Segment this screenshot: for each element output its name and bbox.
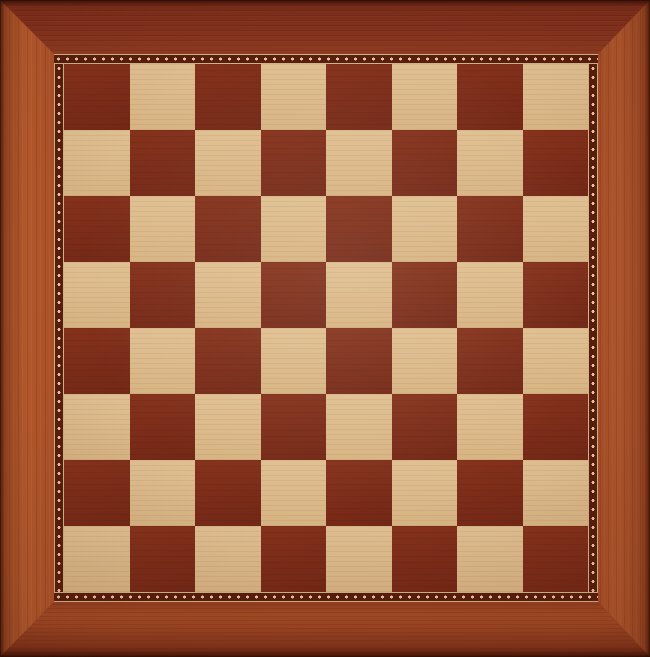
- square-g3[interactable]: [457, 394, 523, 460]
- square-g1[interactable]: [457, 526, 523, 592]
- square-g8[interactable]: [457, 64, 523, 130]
- square-b6[interactable]: [130, 196, 196, 262]
- square-a4[interactable]: [64, 328, 130, 394]
- square-d4[interactable]: [261, 328, 327, 394]
- square-g7[interactable]: [457, 130, 523, 196]
- inlay-border-top: [54, 54, 598, 64]
- square-f1[interactable]: [392, 526, 458, 592]
- square-g5[interactable]: [457, 262, 523, 328]
- square-b5[interactable]: [130, 262, 196, 328]
- square-a2[interactable]: [64, 460, 130, 526]
- square-h1[interactable]: [523, 526, 589, 592]
- square-c7[interactable]: [195, 130, 261, 196]
- square-d6[interactable]: [261, 196, 327, 262]
- square-b8[interactable]: [130, 64, 196, 130]
- square-g2[interactable]: [457, 460, 523, 526]
- square-d8[interactable]: [261, 64, 327, 130]
- square-g6[interactable]: [457, 196, 523, 262]
- square-h8[interactable]: [523, 64, 589, 130]
- square-a5[interactable]: [64, 262, 130, 328]
- square-e5[interactable]: [326, 262, 392, 328]
- square-e8[interactable]: [326, 64, 392, 130]
- square-h5[interactable]: [523, 262, 589, 328]
- chessboard-photo: [0, 0, 650, 657]
- square-e1[interactable]: [326, 526, 392, 592]
- inlay-border-right: [588, 64, 598, 592]
- square-h2[interactable]: [523, 460, 589, 526]
- square-a3[interactable]: [64, 394, 130, 460]
- square-c5[interactable]: [195, 262, 261, 328]
- square-e3[interactable]: [326, 394, 392, 460]
- square-d2[interactable]: [261, 460, 327, 526]
- square-b3[interactable]: [130, 394, 196, 460]
- square-b4[interactable]: [130, 328, 196, 394]
- square-b1[interactable]: [130, 526, 196, 592]
- square-e2[interactable]: [326, 460, 392, 526]
- square-f4[interactable]: [392, 328, 458, 394]
- square-a8[interactable]: [64, 64, 130, 130]
- square-f7[interactable]: [392, 130, 458, 196]
- square-d5[interactable]: [261, 262, 327, 328]
- square-d7[interactable]: [261, 130, 327, 196]
- chess-board: [64, 64, 588, 592]
- square-f6[interactable]: [392, 196, 458, 262]
- inlay-border-bottom: [54, 592, 598, 602]
- square-b2[interactable]: [130, 460, 196, 526]
- square-a6[interactable]: [64, 196, 130, 262]
- square-c6[interactable]: [195, 196, 261, 262]
- square-h6[interactable]: [523, 196, 589, 262]
- square-c1[interactable]: [195, 526, 261, 592]
- square-c4[interactable]: [195, 328, 261, 394]
- square-d1[interactable]: [261, 526, 327, 592]
- square-f8[interactable]: [392, 64, 458, 130]
- square-c2[interactable]: [195, 460, 261, 526]
- square-f5[interactable]: [392, 262, 458, 328]
- square-e6[interactable]: [326, 196, 392, 262]
- square-h7[interactable]: [523, 130, 589, 196]
- square-c3[interactable]: [195, 394, 261, 460]
- square-c8[interactable]: [195, 64, 261, 130]
- square-h3[interactable]: [523, 394, 589, 460]
- square-f2[interactable]: [392, 460, 458, 526]
- square-a1[interactable]: [64, 526, 130, 592]
- square-a7[interactable]: [64, 130, 130, 196]
- inlay-border-left: [54, 64, 64, 592]
- square-h4[interactable]: [523, 328, 589, 394]
- square-b7[interactable]: [130, 130, 196, 196]
- square-g4[interactable]: [457, 328, 523, 394]
- square-e7[interactable]: [326, 130, 392, 196]
- square-d3[interactable]: [261, 394, 327, 460]
- square-e4[interactable]: [326, 328, 392, 394]
- square-f3[interactable]: [392, 394, 458, 460]
